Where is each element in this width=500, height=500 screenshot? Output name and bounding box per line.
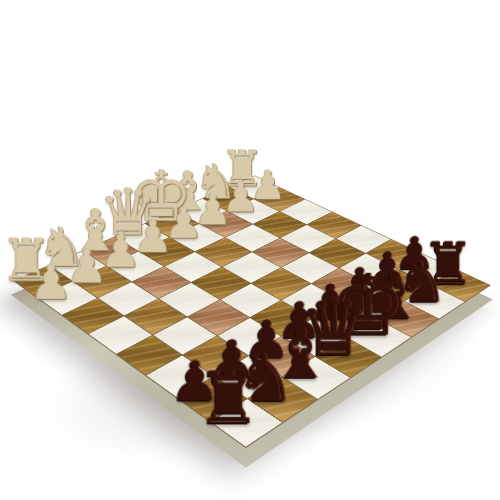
piece-black-rook[interactable]: ♜ (189, 365, 269, 434)
piece-white-pawn[interactable]: ♟ (17, 260, 83, 305)
